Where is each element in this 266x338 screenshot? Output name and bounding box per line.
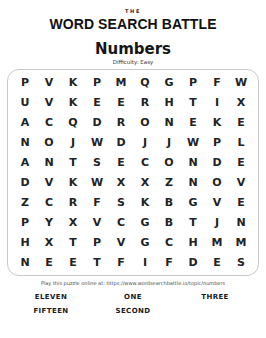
word-item: SECOND [92,307,174,315]
grid-cell-r1c6: Q [133,73,157,93]
grid-cell-r2c6: R [133,93,157,113]
grid-cell-r2c4: E [85,93,109,113]
grid-cell-r7c10: E [229,192,253,212]
grid-cell-r10c4: T [85,252,109,272]
grid-cell-r7c9: V [205,192,229,212]
grid-cell-r5c5: E [109,153,133,173]
grid-cell-r2c5: E [109,93,133,113]
grid-cell-r7c2: C [37,192,61,212]
grid-cell-r9c5: V [109,232,133,252]
grid-cell-r3c3: Q [61,113,85,133]
play-online-url: Play this puzzle online at: https://www.… [0,280,266,286]
logo-title: WORD SEARCH BATTLE [0,15,266,32]
grid-cell-r4c3: J [61,133,85,153]
grid-cell-r9c9: M [205,232,229,252]
grid-cell-r5c9: D [205,153,229,173]
grid-cell-r1c1: P [13,73,37,93]
grid-cell-r6c7: Z [157,172,181,192]
grid-cell-r10c10: S [229,252,253,272]
grid-cell-r3c2: C [37,113,61,133]
grid-cell-r10c5: F [109,252,133,272]
grid-cell-r4c1: N [13,133,37,153]
grid-cell-r7c7: B [157,192,181,212]
grid-cell-r8c1: P [13,212,37,232]
grid-cell-r9c2: X [37,232,61,252]
grid-cell-r6c2: V [37,172,61,192]
grid-cell-r4c5: D [109,133,133,153]
grid-cell-r2c10: X [229,93,253,113]
grid-cell-r8c5: C [109,212,133,232]
grid-cell-r8c9: J [205,212,229,232]
grid-cell-r1c8: P [181,73,205,93]
grid-cell-r3c4: D [85,113,109,133]
grid-cell-r5c3: T [61,153,85,173]
grid-cell-r7c1: Z [13,192,37,212]
grid-cell-r4c2: O [37,133,61,153]
grid-cell-r2c7: H [157,93,181,113]
puzzle-topic-title: Numbers [0,40,266,58]
logo-kicker: THE [0,0,266,14]
grid-cell-r2c1: U [13,93,37,113]
grid-cell-r5c6: C [133,153,157,173]
grid-cell-r9c7: C [157,232,181,252]
word-search-grid: PVKPMQGPFWUVKEERHTIXACQDRONEKENOJWDJJWPL… [7,69,259,276]
grid-cell-r3c6: O [133,113,157,133]
grid-cell-r10c1: N [13,252,37,272]
grid-cell-r4c7: J [157,133,181,153]
grid-cell-r8c7: B [157,212,181,232]
grid-cell-r9c4: P [85,232,109,252]
grid-cell-r1c2: V [37,73,61,93]
word-item: ONE [92,293,174,301]
grid-cell-r10c6: I [133,252,157,272]
grid-cell-r7c6: K [133,192,157,212]
grid-cell-r5c7: O [157,153,181,173]
grid-cell-r4c8: W [181,133,205,153]
grid-cell-r7c5: S [109,192,133,212]
grid-cell-r3c1: A [13,113,37,133]
grid-cell-r5c8: N [181,153,205,173]
grid-cell-r9c6: G [133,232,157,252]
grid-cell-r3c8: E [181,113,205,133]
grid-cell-r6c6: X [133,172,157,192]
grid-cell-r2c9: I [205,93,229,113]
grid-cell-r5c10: E [229,153,253,173]
grid-cell-r8c3: X [61,212,85,232]
grid-cell-r4c10: L [229,133,253,153]
grid-cell-r1c4: P [85,73,109,93]
grid-cell-r9c10: M [229,232,253,252]
grid-cell-r1c7: G [157,73,181,93]
grid-cell-r8c8: T [181,212,205,232]
grid-cell-r5c1: A [13,153,37,173]
grid-cell-r8c10: N [229,212,253,232]
grid-cell-r9c1: H [13,232,37,252]
grid-cell-r6c5: X [109,172,133,192]
grid-cell-r1c10: W [229,73,253,93]
grid-cell-r10c9: E [205,252,229,272]
grid-cell-r10c2: E [37,252,61,272]
grid-cell-r9c8: H [181,232,205,252]
grid-cell-r2c8: T [181,93,205,113]
grid-cell-r3c9: K [205,113,229,133]
word-item: FIFTEEN [10,307,92,315]
grid-cell-r6c3: K [61,172,85,192]
grid-cell-r3c10: E [229,113,253,133]
grid-cell-r5c2: N [37,153,61,173]
grid-cell-r5c4: S [85,153,109,173]
page-header: THE WORD SEARCH BATTLE Numbers Difficult… [0,0,266,65]
grid-cell-r6c8: N [181,172,205,192]
grid-cell-r8c6: G [133,212,157,232]
grid-cell-r2c2: V [37,93,61,113]
grid-cell-r6c4: W [85,172,109,192]
grid-cell-r1c5: M [109,73,133,93]
grid-cell-r6c1: D [13,172,37,192]
grid-cell-r6c9: O [205,172,229,192]
word-item: THREE [174,293,256,301]
grid-cell-r8c2: Y [37,212,61,232]
grid-cell-r1c3: K [61,73,85,93]
grid-cell-r6c10: V [229,172,253,192]
word-search-page: THE WORD SEARCH BATTLE Numbers Difficult… [0,0,266,338]
word-list: ELEVEN ONE THREE FIFTEEN SECOND [0,293,266,315]
grid-cell-r2c3: K [61,93,85,113]
difficulty-label: Difficulty: Easy [0,59,266,65]
grid-cell-r1c9: F [205,73,229,93]
word-item: ELEVEN [10,293,92,301]
grid-cell-r4c4: W [85,133,109,153]
grid-cell-r3c5: R [109,113,133,133]
grid-cell-r10c3: E [61,252,85,272]
grid-cell-r9c3: T [61,232,85,252]
grid-cell-r3c7: N [157,113,181,133]
grid-cell-r10c8: D [181,252,205,272]
grid-cell-r7c3: R [61,192,85,212]
grid-cell-r7c8: G [181,192,205,212]
grid-cell-r8c4: V [85,212,109,232]
grid-cell-r7c4: F [85,192,109,212]
grid-cell-r4c6: J [133,133,157,153]
grid-cell-r4c9: P [205,133,229,153]
grid-cell-r10c7: F [157,252,181,272]
